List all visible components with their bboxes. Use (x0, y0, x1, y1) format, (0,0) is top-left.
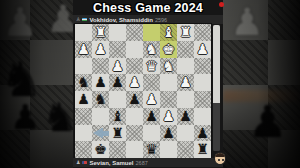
square-e1[interactable] (126, 24, 143, 41)
square-c8[interactable] (160, 141, 177, 158)
white-rook-b1[interactable]: ♜ (177, 24, 194, 41)
square-h7[interactable] (75, 125, 92, 142)
white-pawn-b4[interactable]: ♟ (177, 74, 194, 91)
square-e6[interactable] (126, 108, 143, 125)
square-g8[interactable]: ♚ (92, 141, 109, 158)
square-a4[interactable] (194, 74, 211, 91)
video-frame: ♟ ♟ ♞ ♟ ♞ ♟ ♟ Chess Game 2024 ♙ Vokhidov… (0, 0, 300, 168)
square-a7[interactable]: ♟ (194, 125, 211, 142)
square-f6[interactable]: ♝ (109, 108, 126, 125)
game-panel: Chess Game 2024 ♙ Vokhidov, Shamsiddin 2… (73, 0, 223, 168)
top-player-rating: 2596 (155, 17, 167, 23)
black-knight-icon: ♞ (42, 97, 73, 137)
top-player-name: Vokhidov, Shamsiddin (89, 17, 152, 23)
chess-board[interactable]: ♜♝♜♟♟♞♚♟♟♛♞♞♟♟♟♟♟♞♟♟♝♟♟♟♜♟♟♚♛♜ (75, 24, 211, 158)
square-a1[interactable] (194, 24, 211, 41)
white-player-icon: ♙ (76, 17, 80, 22)
square-e3[interactable] (126, 58, 143, 75)
square-d4[interactable] (143, 74, 160, 91)
square-b8[interactable] (177, 141, 194, 158)
square-f3[interactable]: ♟ (109, 58, 126, 75)
square-b1[interactable]: ♜ (177, 24, 194, 41)
uzbekistan-flag-icon (82, 18, 87, 22)
eval-black-portion (213, 103, 220, 151)
move-arrow-shaft (102, 131, 109, 136)
white-pawn-f3[interactable]: ♟ (109, 58, 126, 75)
square-c1[interactable]: ♝ (160, 24, 177, 41)
white-pawn-c6[interactable]: ♟ (160, 108, 177, 125)
square-f7[interactable]: ♜ (109, 125, 126, 142)
square-g1[interactable]: ♜ (92, 24, 109, 41)
square-c7[interactable]: ♟ (160, 125, 177, 142)
square-b7[interactable] (177, 125, 194, 142)
bottom-player-name: Sevian, Samuel (89, 160, 133, 166)
square-e4[interactable]: ♟ (126, 74, 143, 91)
background-left: ♟ ♟ ♞ ♟ ♞ (0, 0, 73, 168)
square-g7[interactable] (92, 125, 109, 142)
video-title: Chess Game 2024 (73, 0, 223, 15)
square-c6[interactable]: ♟ (160, 108, 177, 125)
square-d2[interactable]: ♞ (143, 41, 160, 58)
black-pawn-d6[interactable]: ♟ (143, 108, 160, 125)
white-pawn-icon: ♟ (230, 3, 264, 41)
square-b4[interactable]: ♟ (177, 74, 194, 91)
bg-square (268, 0, 300, 40)
square-g6[interactable] (92, 108, 109, 125)
white-queen-d3[interactable]: ♛ (143, 58, 160, 75)
white-pawn-a2[interactable]: ♟ (194, 41, 211, 58)
eval-white-portion (213, 25, 220, 103)
black-pawn-icon: ♟ (10, 100, 40, 134)
white-pawn-e4[interactable]: ♟ (126, 74, 143, 91)
square-a6[interactable] (194, 108, 211, 125)
black-bishop-f6[interactable]: ♝ (109, 108, 126, 125)
square-h1[interactable] (75, 24, 92, 41)
white-king-c2[interactable]: ♚ (160, 41, 177, 58)
square-h4[interactable]: ♞ (75, 74, 92, 91)
square-d8[interactable]: ♛ (143, 141, 160, 158)
player-bar-bottom: ♟ Sevian, Samuel 2687 (73, 158, 223, 167)
black-rook-a8[interactable]: ♜ (194, 141, 211, 158)
square-e8[interactable] (126, 141, 143, 158)
square-d1[interactable] (143, 24, 160, 41)
white-pawn-d5[interactable]: ♟ (143, 91, 160, 108)
square-e7[interactable] (126, 125, 143, 142)
square-h3[interactable] (75, 58, 92, 75)
white-pawn-icon: ♟ (2, 2, 38, 42)
square-b2[interactable] (177, 41, 194, 58)
black-pawn-a7[interactable]: ♟ (194, 125, 211, 142)
square-f4[interactable]: ♟ (109, 74, 126, 91)
square-h2[interactable]: ♟ (75, 41, 92, 58)
black-pawn-h5[interactable]: ♟ (75, 91, 92, 108)
square-b6[interactable]: ♟ (177, 108, 194, 125)
square-e2[interactable] (126, 41, 143, 58)
bottom-player-avatar (214, 152, 226, 165)
bg-square (268, 40, 300, 85)
square-a3[interactable] (194, 58, 211, 75)
square-c2[interactable]: ♚ (160, 41, 177, 58)
square-c3[interactable]: ♞ (160, 58, 177, 75)
square-a8[interactable]: ♜ (194, 141, 211, 158)
white-pawn-g2[interactable]: ♟ (92, 41, 109, 58)
player-bar-top: ♙ Vokhidov, Shamsiddin 2596 (73, 15, 223, 24)
square-d7[interactable] (143, 125, 160, 142)
black-queen-d8[interactable]: ♛ (143, 141, 160, 158)
bottom-player-rating: 2687 (136, 160, 148, 166)
square-d6[interactable]: ♟ (143, 108, 160, 125)
white-bishop-c1[interactable]: ♝ (160, 24, 177, 41)
square-d3[interactable]: ♛ (143, 58, 160, 75)
black-pawn-f4[interactable]: ♟ (109, 74, 126, 91)
avatar-eye (222, 159, 224, 161)
white-pawn-h2[interactable]: ♟ (75, 41, 92, 58)
black-rook-f7[interactable]: ♜ (109, 125, 126, 142)
square-b5[interactable] (177, 91, 194, 108)
square-h6[interactable] (75, 108, 92, 125)
square-a2[interactable]: ♟ (194, 41, 211, 58)
square-f8[interactable] (109, 141, 126, 158)
bg-square (223, 40, 268, 85)
background-right: ♟ ♟ (223, 0, 300, 168)
black-pawn-e5[interactable]: ♟ (126, 91, 143, 108)
black-pawn-c7[interactable]: ♟ (160, 125, 177, 142)
white-knight-c3[interactable]: ♞ (160, 58, 177, 75)
avatar-eye (218, 159, 220, 161)
square-g4[interactable]: ♟ (92, 74, 109, 91)
square-g3[interactable] (92, 58, 109, 75)
square-f2[interactable] (109, 41, 126, 58)
black-knight-icon: ♞ (0, 55, 43, 103)
square-d5[interactable]: ♟ (143, 91, 160, 108)
square-a5[interactable] (194, 91, 211, 108)
square-g5[interactable]: ♞ (92, 91, 109, 108)
square-c5[interactable] (160, 91, 177, 108)
white-pawn-icon: ♟ (46, 0, 73, 38)
square-h8[interactable] (75, 141, 92, 158)
black-pawn-b6[interactable]: ♟ (177, 108, 194, 125)
square-f5[interactable] (109, 91, 126, 108)
black-king-g8[interactable]: ♚ (92, 141, 109, 158)
square-h5[interactable]: ♟ (75, 91, 92, 108)
black-pawn-icon: ♟ (248, 100, 287, 144)
white-knight-d2[interactable]: ♞ (143, 41, 160, 58)
square-e5[interactable]: ♟ (126, 91, 143, 108)
square-c4[interactable] (160, 74, 177, 91)
white-rook-g1[interactable]: ♜ (92, 24, 109, 41)
square-g2[interactable]: ♟ (92, 41, 109, 58)
black-knight-h4[interactable]: ♞ (75, 74, 92, 91)
evaluation-bar (213, 25, 220, 151)
square-f1[interactable] (109, 24, 126, 41)
black-pawn-g4[interactable]: ♟ (92, 74, 109, 91)
black-player-icon: ♟ (76, 160, 80, 165)
usa-flag-icon (82, 161, 87, 165)
black-knight-g5[interactable]: ♞ (92, 91, 109, 108)
square-b3[interactable] (177, 58, 194, 75)
record-dot-icon (219, 2, 224, 7)
